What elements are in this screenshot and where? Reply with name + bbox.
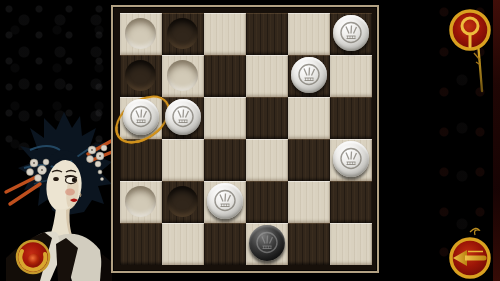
empty-socket [125, 186, 156, 217]
square-r5c5[interactable] [288, 181, 330, 223]
square-r3c1[interactable] [120, 97, 162, 139]
undo-arrow-icon[interactable] [440, 185, 500, 281]
geisha-illustration [0, 0, 115, 281]
square-r5c6[interactable] [330, 181, 372, 223]
white-piece[interactable] [333, 15, 369, 51]
square-r2c3[interactable] [204, 55, 246, 97]
square-r4c4[interactable] [246, 139, 288, 181]
square-r2c4[interactable] [246, 55, 288, 97]
empty-socket [125, 18, 156, 49]
red-gold-crescent-emblem [17, 241, 49, 273]
empty-socket [167, 18, 198, 49]
square-r6c4[interactable] [246, 223, 288, 265]
square-r1c1[interactable] [120, 13, 162, 55]
square-r6c2[interactable] [162, 223, 204, 265]
square-r3c5[interactable] [288, 97, 330, 139]
hairpin-ornament-icon[interactable] [440, 0, 500, 100]
square-r2c2[interactable] [162, 55, 204, 97]
square-r1c2[interactable] [162, 13, 204, 55]
checkers-board [111, 5, 379, 273]
white-piece[interactable] [207, 183, 243, 219]
black-piece[interactable] [249, 225, 285, 261]
square-r4c5[interactable] [288, 139, 330, 181]
square-r1c4[interactable] [246, 13, 288, 55]
square-r3c4[interactable] [246, 97, 288, 139]
board-grid [120, 13, 372, 265]
white-piece[interactable] [165, 99, 201, 135]
square-r6c1[interactable] [120, 223, 162, 265]
square-r2c1[interactable] [120, 55, 162, 97]
square-r3c3[interactable] [204, 97, 246, 139]
square-r4c3[interactable] [204, 139, 246, 181]
game-screen [0, 0, 500, 281]
square-r4c2[interactable] [162, 139, 204, 181]
square-r5c4[interactable] [246, 181, 288, 223]
empty-socket [167, 186, 198, 217]
white-piece[interactable] [291, 57, 327, 93]
square-r5c2[interactable] [162, 181, 204, 223]
square-r4c6[interactable] [330, 139, 372, 181]
empty-socket [125, 60, 156, 91]
square-r5c3[interactable] [204, 181, 246, 223]
square-r1c6[interactable] [330, 13, 372, 55]
square-r1c3[interactable] [204, 13, 246, 55]
white-piece[interactable] [333, 141, 369, 177]
square-r2c6[interactable] [330, 55, 372, 97]
square-r3c6[interactable] [330, 97, 372, 139]
square-r5c1[interactable] [120, 181, 162, 223]
square-r6c3[interactable] [204, 223, 246, 265]
square-r4c1[interactable] [120, 139, 162, 181]
square-r1c5[interactable] [288, 13, 330, 55]
square-r2c5[interactable] [288, 55, 330, 97]
square-r6c5[interactable] [288, 223, 330, 265]
square-r6c6[interactable] [330, 223, 372, 265]
empty-socket [167, 60, 198, 91]
